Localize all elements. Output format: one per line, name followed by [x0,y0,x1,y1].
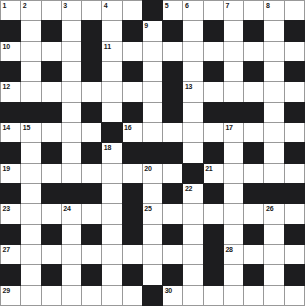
white-cell[interactable] [204,82,223,101]
black-cell [143,286,162,305]
white-cell[interactable] [244,82,263,101]
white-cell[interactable]: 25 [143,204,162,223]
white-cell[interactable] [143,123,162,142]
white-cell[interactable] [42,42,61,61]
black-cell [163,103,182,122]
white-cell[interactable] [62,62,81,81]
white-cell[interactable] [143,245,162,264]
white-cell[interactable]: 21 [204,164,223,183]
black-cell [42,225,61,244]
white-cell[interactable] [21,184,40,203]
white-cell[interactable] [42,123,61,142]
white-cell[interactable] [285,42,304,61]
black-cell [82,21,101,40]
white-cell[interactable] [42,245,61,264]
white-cell[interactable] [21,245,40,264]
white-cell[interactable] [42,164,61,183]
clue-number: 27 [3,245,10,254]
white-cell[interactable]: 11 [102,42,121,61]
white-cell[interactable] [183,265,202,284]
white-cell[interactable] [183,286,202,305]
white-cell[interactable] [62,143,81,162]
black-cell [42,143,61,162]
white-cell[interactable] [21,286,40,305]
white-cell[interactable]: 8 [264,1,283,20]
black-cell [183,164,202,183]
white-cell[interactable] [244,42,263,61]
white-cell[interactable]: 22 [183,184,202,203]
white-cell[interactable] [244,286,263,305]
white-cell[interactable] [264,62,283,81]
white-cell[interactable] [82,245,101,264]
clue-number: 25 [144,204,151,213]
white-cell[interactable] [102,204,121,223]
black-cell [1,21,20,40]
clue-number: 1 [3,1,7,10]
white-cell[interactable] [143,265,162,284]
white-cell[interactable] [224,42,243,61]
white-cell[interactable] [264,164,283,183]
white-cell[interactable] [62,42,81,61]
white-cell[interactable] [123,82,142,101]
white-cell[interactable] [183,143,202,162]
black-cell [163,82,182,101]
white-cell[interactable] [21,42,40,61]
white-cell[interactable] [183,42,202,61]
white-cell[interactable]: 1 [1,1,20,20]
black-cell [42,21,61,40]
black-cell [1,225,20,244]
white-cell[interactable] [21,164,40,183]
white-cell[interactable] [102,103,121,122]
white-cell[interactable] [224,265,243,284]
white-cell[interactable]: 17 [224,123,243,142]
clue-number: 12 [3,82,10,91]
crossword-grid: 1234567891011121314151617181920212223242… [0,0,305,306]
white-cell[interactable]: 12 [1,82,20,101]
clue-number: 13 [185,82,192,91]
black-cell [163,62,182,81]
black-cell [244,265,263,284]
white-cell[interactable]: 15 [21,123,40,142]
white-cell[interactable] [123,286,142,305]
white-cell[interactable] [123,245,142,264]
white-cell[interactable]: 7 [224,1,243,20]
black-cell [42,265,61,284]
white-cell[interactable] [21,143,40,162]
white-cell[interactable] [204,123,223,142]
white-cell[interactable]: 30 [163,286,182,305]
white-cell[interactable] [285,204,304,223]
black-cell [82,62,101,81]
white-cell[interactable] [285,123,304,142]
white-cell[interactable]: 23 [1,204,20,223]
black-cell [123,62,142,81]
white-cell[interactable] [224,225,243,244]
white-cell[interactable] [82,204,101,223]
white-cell[interactable]: 10 [1,42,20,61]
white-cell[interactable] [42,1,61,20]
black-cell [244,103,263,122]
white-cell[interactable] [62,225,81,244]
white-cell[interactable] [62,164,81,183]
black-cell [123,225,142,244]
white-cell[interactable] [224,204,243,223]
black-cell [285,265,304,284]
white-cell[interactable] [143,82,162,101]
white-cell[interactable] [244,245,263,264]
white-cell[interactable] [163,42,182,61]
white-cell[interactable] [143,225,162,244]
white-cell[interactable]: 5 [163,1,182,20]
white-cell[interactable] [42,82,61,101]
black-cell [123,184,142,203]
clue-number: 29 [3,286,10,295]
white-cell[interactable] [285,1,304,20]
white-cell[interactable] [224,143,243,162]
white-cell[interactable] [264,225,283,244]
white-cell[interactable] [102,82,121,101]
white-cell[interactable] [264,21,283,40]
white-cell[interactable]: 16 [123,123,142,142]
white-cell[interactable]: 6 [183,1,202,20]
white-cell[interactable]: 26 [264,204,283,223]
clue-number: 14 [3,123,10,132]
white-cell[interactable]: 19 [1,164,20,183]
clue-number: 10 [3,42,10,51]
clue-number: 26 [266,204,273,213]
white-cell[interactable] [264,265,283,284]
white-cell[interactable] [102,265,121,284]
black-cell [123,103,142,122]
black-cell [244,143,263,162]
black-cell [123,265,142,284]
white-cell[interactable] [224,82,243,101]
black-cell [1,143,20,162]
white-cell[interactable] [183,103,202,122]
white-cell[interactable] [163,164,182,183]
white-cell[interactable]: 13 [183,82,202,101]
black-cell [204,21,223,40]
white-cell[interactable] [21,204,40,223]
black-cell [82,103,101,122]
black-cell [204,184,223,203]
white-cell[interactable] [82,164,101,183]
white-cell[interactable] [224,184,243,203]
white-cell[interactable] [183,245,202,264]
white-cell[interactable] [123,42,142,61]
black-cell [42,62,61,81]
black-cell [204,143,223,162]
white-cell[interactable] [143,62,162,81]
white-cell[interactable] [183,62,202,81]
white-cell[interactable] [123,1,142,20]
white-cell[interactable] [143,42,162,61]
white-cell[interactable]: 28 [224,245,243,264]
white-cell[interactable] [264,143,283,162]
white-cell[interactable]: 24 [62,204,81,223]
white-cell[interactable]: 20 [143,164,162,183]
black-cell [163,21,182,40]
white-cell[interactable] [163,245,182,264]
white-cell[interactable] [21,62,40,81]
black-cell [285,21,304,40]
clue-number: 16 [124,123,131,132]
white-cell[interactable] [21,225,40,244]
black-cell [204,265,223,284]
clue-number: 30 [165,286,172,295]
black-cell [285,103,304,122]
white-cell[interactable] [183,204,202,223]
black-cell [21,103,40,122]
clue-number: 20 [144,164,151,173]
black-cell [123,21,142,40]
black-cell [163,143,182,162]
white-cell[interactable] [102,164,121,183]
black-cell [143,1,162,20]
white-cell[interactable] [21,265,40,284]
white-cell[interactable]: 29 [1,286,20,305]
white-cell[interactable] [21,21,40,40]
clue-number: 23 [3,204,10,213]
white-cell[interactable] [102,245,121,264]
white-cell[interactable]: 4 [102,1,121,20]
white-cell[interactable] [42,204,61,223]
black-cell [82,265,101,284]
white-cell[interactable] [62,286,81,305]
white-cell[interactable]: 2 [21,1,40,20]
white-cell[interactable] [183,123,202,142]
white-cell[interactable] [21,82,40,101]
white-cell[interactable] [62,21,81,40]
white-cell[interactable]: 9 [143,21,162,40]
black-cell [82,184,101,203]
white-cell[interactable] [285,286,304,305]
black-cell [204,62,223,81]
white-cell[interactable] [62,82,81,101]
white-cell[interactable] [143,184,162,203]
black-cell [285,62,304,81]
black-cell [204,245,223,264]
clue-number: 17 [225,123,232,132]
white-cell[interactable] [62,123,81,142]
clue-number: 28 [225,245,232,254]
clue-number: 18 [104,143,111,152]
white-cell[interactable] [102,286,121,305]
white-cell[interactable] [224,62,243,81]
black-cell [102,123,121,142]
clue-number: 3 [63,1,67,10]
clue-number: 24 [63,204,70,213]
white-cell[interactable] [224,164,243,183]
white-cell[interactable] [264,103,283,122]
white-cell[interactable] [102,62,121,81]
clue-number: 19 [3,164,10,173]
black-cell [163,184,182,203]
white-cell[interactable] [224,286,243,305]
clue-number: 11 [104,42,111,51]
black-cell [163,225,182,244]
white-cell[interactable] [62,103,81,122]
black-cell [285,143,304,162]
white-cell[interactable] [264,245,283,264]
white-cell[interactable] [264,42,283,61]
black-cell [1,103,20,122]
clue-number: 6 [185,1,189,10]
clue-number: 22 [185,184,192,193]
white-cell[interactable] [143,103,162,122]
black-cell [244,21,263,40]
black-cell [143,143,162,162]
white-cell[interactable] [244,204,263,223]
black-cell [224,103,243,122]
white-cell[interactable] [285,245,304,264]
white-cell[interactable] [62,265,81,284]
black-cell [82,225,101,244]
white-cell[interactable] [82,1,101,20]
white-cell[interactable] [82,82,101,101]
black-cell [264,184,283,203]
black-cell [123,143,142,162]
white-cell[interactable] [264,82,283,101]
white-cell[interactable] [244,164,263,183]
white-cell[interactable] [163,123,182,142]
white-cell[interactable] [244,123,263,142]
white-cell[interactable] [102,225,121,244]
white-cell[interactable] [62,245,81,264]
black-cell [204,225,223,244]
white-cell[interactable] [82,286,101,305]
white-cell[interactable]: 18 [102,143,121,162]
clue-number: 4 [104,1,108,10]
clue-number: 5 [165,1,169,10]
black-cell [244,225,263,244]
white-cell[interactable] [285,164,304,183]
black-cell [82,42,101,61]
black-cell [163,265,182,284]
white-cell[interactable] [82,123,101,142]
black-cell [1,265,20,284]
white-cell[interactable] [204,42,223,61]
white-cell[interactable] [204,286,223,305]
white-cell[interactable] [224,21,243,40]
black-cell [204,103,223,122]
white-cell[interactable] [264,286,283,305]
white-cell[interactable]: 27 [1,245,20,264]
black-cell [82,143,101,162]
white-cell[interactable] [102,184,121,203]
white-cell[interactable] [163,204,182,223]
white-cell[interactable]: 14 [1,123,20,142]
black-cell [42,103,61,122]
white-cell[interactable] [102,21,121,40]
black-cell [244,62,263,81]
black-cell [1,62,20,81]
black-cell [123,204,142,223]
white-cell[interactable] [183,21,202,40]
white-cell[interactable] [264,123,283,142]
black-cell [1,184,20,203]
clue-number: 9 [144,21,148,30]
black-cell [244,184,263,203]
white-cell[interactable]: 3 [62,1,81,20]
black-cell [42,184,61,203]
white-cell[interactable] [285,82,304,101]
white-cell[interactable] [123,164,142,183]
black-cell [62,184,81,203]
clue-number: 21 [205,164,212,173]
black-cell [285,225,304,244]
clue-number: 2 [23,1,27,10]
clue-number: 7 [225,1,229,10]
white-cell[interactable] [204,1,223,20]
white-cell[interactable] [183,225,202,244]
clue-number: 8 [266,1,270,10]
white-cell[interactable] [244,1,263,20]
white-cell[interactable] [42,286,61,305]
black-cell [285,184,304,203]
white-cell[interactable] [204,204,223,223]
clue-number: 15 [23,123,30,132]
